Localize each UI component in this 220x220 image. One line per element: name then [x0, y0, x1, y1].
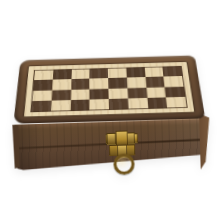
lid-square — [166, 97, 187, 108]
brass-latch — [105, 129, 138, 172]
lid-square — [147, 97, 167, 108]
lid-square — [165, 86, 185, 97]
lid-square — [90, 69, 109, 79]
box-lid-top — [13, 55, 205, 123]
product-photo-scene — [0, 0, 220, 220]
box-right-end — [199, 113, 211, 169]
lid-square — [33, 80, 52, 91]
lid-square — [52, 79, 71, 90]
lid-square — [70, 99, 89, 110]
lid-square — [53, 70, 72, 80]
lid-square — [34, 70, 53, 80]
lid-square — [163, 67, 183, 77]
lid-square — [32, 90, 52, 101]
lid-square — [145, 77, 165, 88]
chessboard-lid-grid — [30, 66, 187, 113]
lid-square — [146, 87, 166, 98]
lid-square — [144, 67, 163, 77]
lid-square — [164, 76, 184, 87]
lid-square — [128, 98, 148, 109]
lid-square — [90, 88, 109, 99]
lid-square — [71, 79, 90, 90]
lid-square — [70, 89, 89, 100]
lid-square — [108, 88, 127, 99]
chess-box — [8, 43, 211, 177]
latch-left-knuckle — [107, 133, 116, 145]
lid-square — [127, 77, 146, 88]
lid-square — [51, 100, 71, 111]
latch-ring-pull — [113, 153, 135, 175]
lid-square — [108, 78, 127, 89]
lid-square — [126, 68, 145, 78]
lid-square — [90, 99, 109, 110]
lid-square — [109, 98, 129, 109]
lid-square — [90, 78, 109, 89]
lid-square — [71, 69, 90, 79]
lid-square — [127, 87, 147, 98]
lid-square — [31, 100, 51, 111]
box-left-end — [12, 125, 19, 169]
lid-square — [51, 89, 70, 100]
lid-square — [108, 68, 127, 78]
